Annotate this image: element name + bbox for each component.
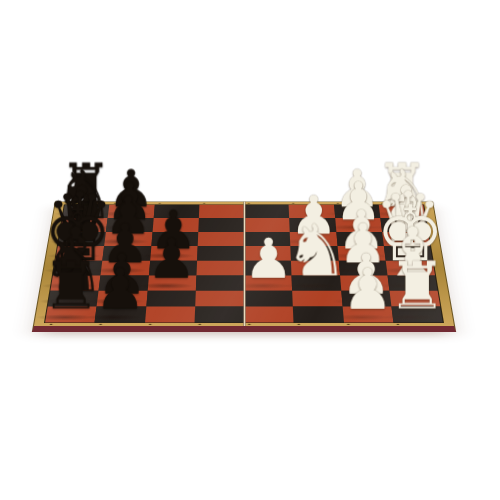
square-h2[interactable]: ♟ — [342, 306, 393, 322]
square-h3[interactable] — [293, 306, 343, 322]
square-g6[interactable] — [146, 291, 196, 307]
square-h4[interactable] — [244, 306, 294, 322]
square-h1[interactable]: ♜ — [391, 306, 443, 322]
white-knight-f3[interactable]: ♞ — [284, 216, 348, 287]
square-h7[interactable]: ♟ — [95, 306, 146, 322]
photo-scene: ♜♟♟♜♞♟♟♞♝♟♟♝♛♟♟♛♚♟♟♚♝♟♟♞♝♞♟♟♜♟♟♜ — [0, 0, 500, 500]
square-h6[interactable] — [145, 306, 195, 322]
square-b5[interactable] — [198, 218, 244, 232]
square-d5[interactable] — [197, 246, 244, 260]
black-pawn-h7[interactable]: ♟ — [95, 262, 146, 319]
square-a4[interactable] — [244, 205, 289, 218]
square-c5[interactable] — [197, 232, 244, 246]
square-g5[interactable] — [195, 291, 244, 307]
square-h5[interactable] — [194, 306, 244, 322]
white-pawn-h2[interactable]: ♟ — [343, 262, 394, 319]
black-rook-h8[interactable]: ♜ — [41, 254, 99, 319]
square-g4[interactable] — [244, 291, 293, 307]
square-g3[interactable] — [292, 291, 342, 307]
square-a5[interactable] — [199, 205, 244, 218]
white-rook-h1[interactable]: ♜ — [388, 254, 446, 319]
square-f5[interactable] — [196, 275, 244, 290]
square-f3[interactable]: ♞ — [292, 275, 341, 290]
black-pawn-f6[interactable]: ♟ — [147, 232, 196, 287]
square-e5[interactable] — [196, 261, 244, 276]
board-frame: ♜♟♟♜♞♟♟♞♝♟♟♝♛♟♟♛♚♟♟♚♝♟♟♞♝♞♟♟♜♟♟♜ — [32, 202, 456, 332]
square-h8[interactable]: ♜ — [45, 306, 97, 322]
square-f6[interactable]: ♟ — [147, 275, 196, 290]
